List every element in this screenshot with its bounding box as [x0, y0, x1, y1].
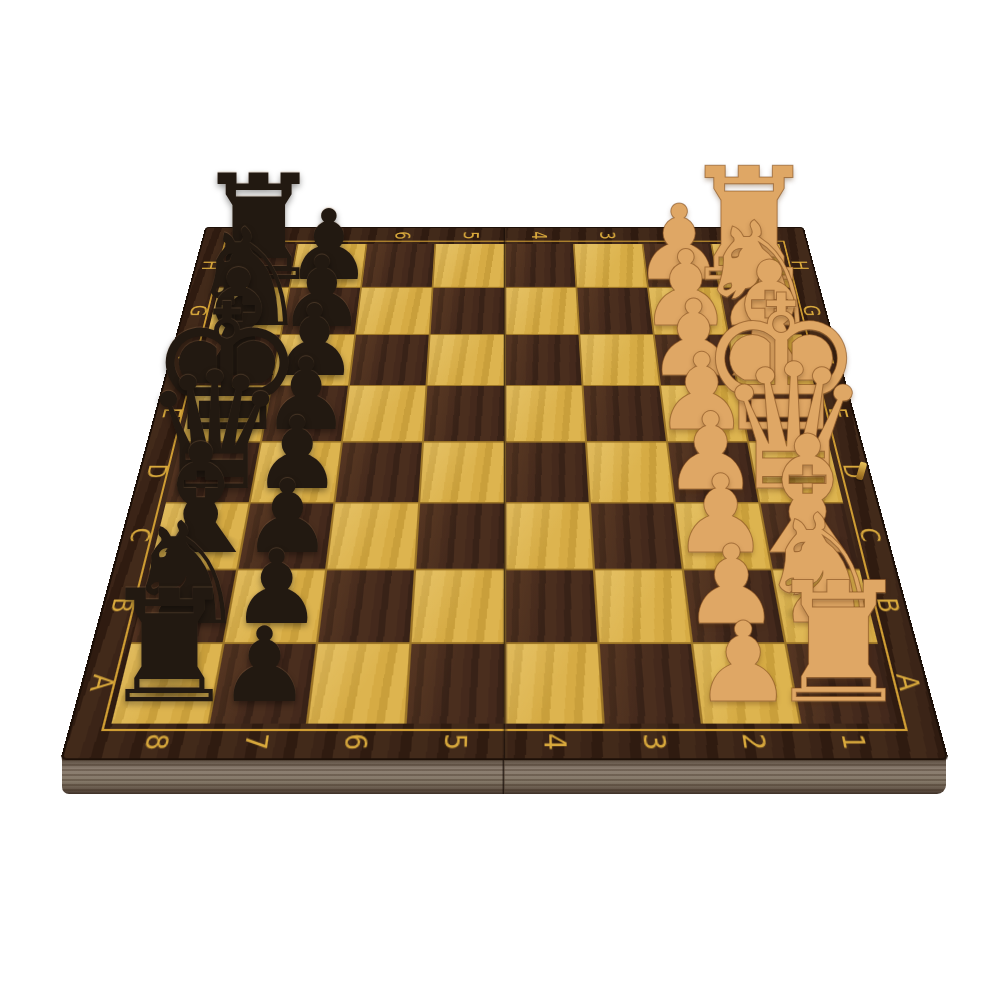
- piece-black-pawn-a7[interactable]: ♟: [218, 614, 311, 718]
- chess-board-photo: HH88GG77FF66EE55DD44CC33BB22AA11 ♜♞♝♛♚♝♞…: [0, 0, 1000, 1000]
- pieces-layer: ♜♞♝♛♚♝♞♜♟♟♟♟♟♟♟♟♟♟♟♟♟♟♟♟♜♞♝♛♚♝♞♜: [0, 0, 1000, 1000]
- piece-white-rook-a1[interactable]: ♜: [764, 561, 913, 727]
